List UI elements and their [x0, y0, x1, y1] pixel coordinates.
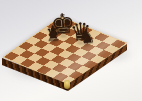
brass-clasp: [64, 80, 70, 89]
photo-scene: ♟♚♟♜♛♞: [0, 0, 142, 101]
